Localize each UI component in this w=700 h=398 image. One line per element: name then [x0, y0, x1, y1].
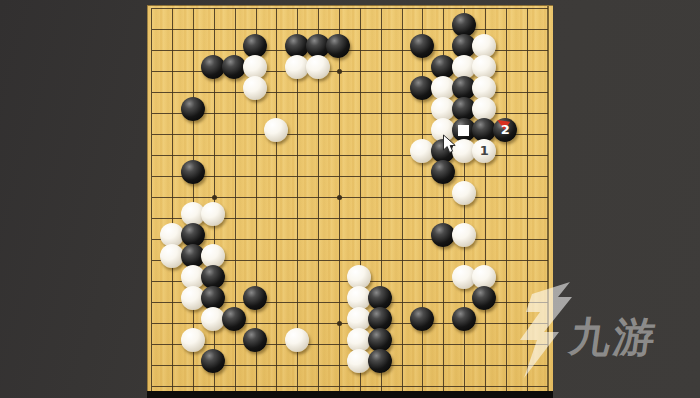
- board-grid-line-v: [339, 8, 340, 392]
- stone-black[interactable]: [243, 286, 267, 310]
- board-grid-line-v: [172, 8, 173, 392]
- go-board[interactable]: 21: [147, 5, 553, 391]
- watermark-text: 九游: [566, 310, 662, 365]
- board-grid-line-h: [152, 29, 548, 30]
- stone-black[interactable]: [452, 307, 476, 331]
- board-right-border: [547, 6, 549, 392]
- board-grid-line-v: [151, 8, 152, 392]
- move-number-label: 2: [493, 118, 517, 142]
- last-move-square-marker: [458, 125, 469, 136]
- star-point: [337, 321, 342, 326]
- stone-white[interactable]: [452, 223, 476, 247]
- stone-white[interactable]: [264, 118, 288, 142]
- stone-white[interactable]: [201, 202, 225, 226]
- stone-white[interactable]: [452, 181, 476, 205]
- board-grid-line-h: [152, 176, 548, 177]
- stone-white[interactable]: [243, 76, 267, 100]
- stone-white[interactable]: [181, 328, 205, 352]
- board-grid-line-v: [506, 8, 507, 392]
- board-grid-line-v: [402, 8, 403, 392]
- stone-black[interactable]: [181, 97, 205, 121]
- stone-black[interactable]: [201, 349, 225, 373]
- board-grid-line-v: [422, 8, 423, 392]
- star-point: [337, 195, 342, 200]
- board-grid-line-v: [527, 8, 528, 392]
- board-grid-line-v: [276, 8, 277, 392]
- stone-black[interactable]: [410, 307, 434, 331]
- stone-black[interactable]: [472, 286, 496, 310]
- star-point: [212, 195, 217, 200]
- stone-black[interactable]: [410, 34, 434, 58]
- stone-black[interactable]: 2: [493, 118, 517, 142]
- stone-white[interactable]: [285, 328, 309, 352]
- stone-black[interactable]: [431, 160, 455, 184]
- stone-white[interactable]: 1: [472, 139, 496, 163]
- stone-black[interactable]: [368, 349, 392, 373]
- board-grid-line-h: [152, 239, 548, 240]
- stone-white[interactable]: [306, 55, 330, 79]
- mouse-cursor-icon: [442, 134, 457, 155]
- stone-black[interactable]: [243, 328, 267, 352]
- stone-black[interactable]: [222, 307, 246, 331]
- board-grid-line-h: [152, 8, 548, 9]
- board-grid-line-h: [152, 386, 548, 387]
- screenshot-root: 21 九游: [0, 0, 700, 398]
- move-number-label: 1: [472, 139, 496, 163]
- stone-black[interactable]: [326, 34, 350, 58]
- star-point: [337, 69, 342, 74]
- board-bottom-shadow: [147, 391, 553, 398]
- stone-black[interactable]: [181, 160, 205, 184]
